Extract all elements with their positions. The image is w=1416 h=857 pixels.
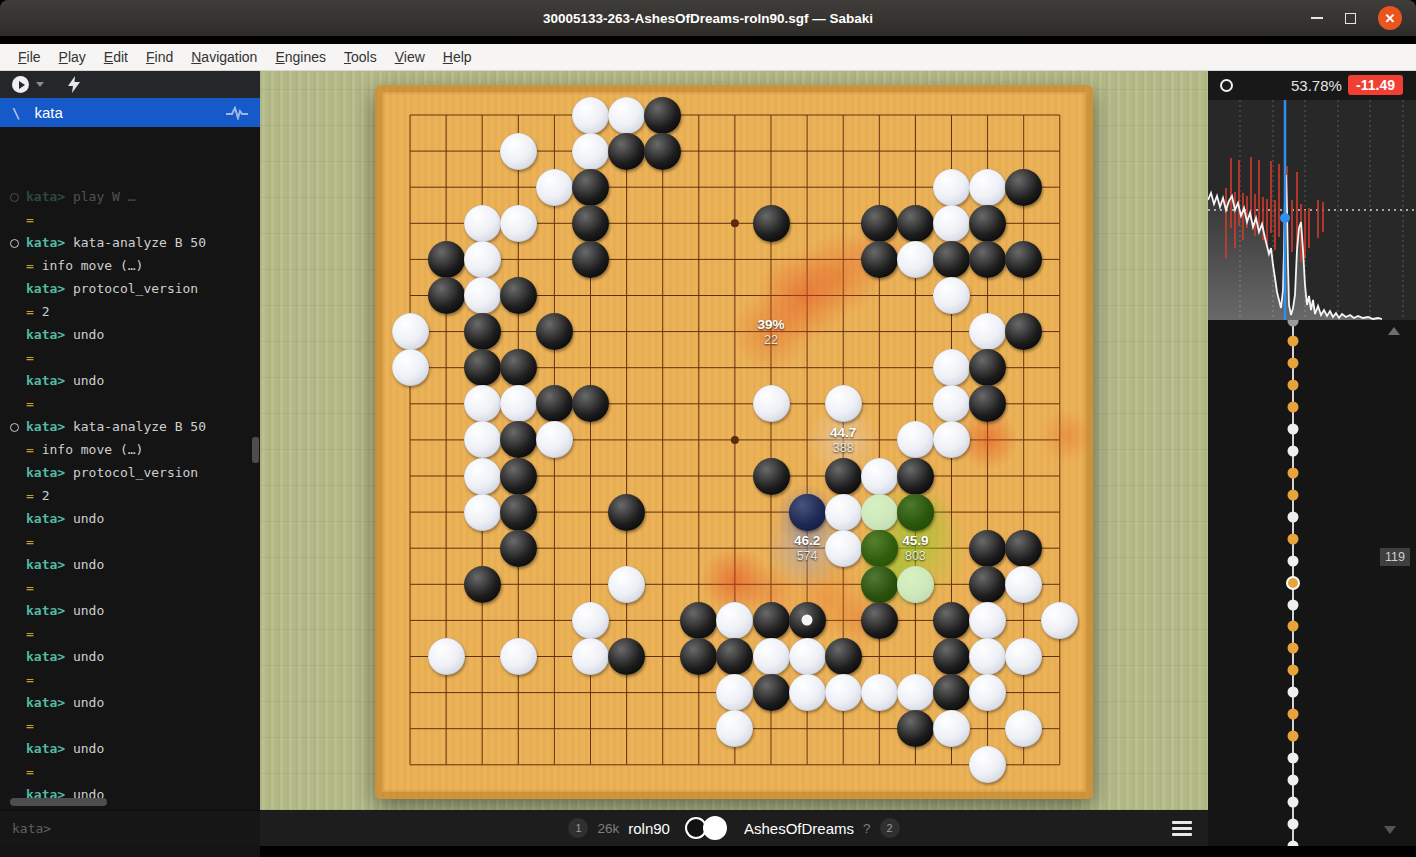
tree-node[interactable] [1287,336,1298,347]
black-player-rank: 26k [597,821,619,836]
tree-node[interactable] [1287,621,1298,632]
black-stone[interactable] [825,458,862,495]
black-stone[interactable] [933,638,970,675]
black-stone[interactable] [644,97,681,134]
white-stone[interactable] [753,385,790,422]
white-stone[interactable] [536,421,573,458]
white-stone[interactable] [969,313,1006,350]
analysis-tint [897,494,934,531]
menu-item-view[interactable]: View [387,46,433,68]
white-stone[interactable] [500,385,537,422]
black-stone[interactable] [464,313,501,350]
titlebar[interactable]: 30005133-263-AshesOfDreams-roln90.sgf — … [0,0,1416,36]
white-stone[interactable] [825,385,862,422]
console-toolbar [0,71,260,98]
white-stone[interactable] [825,494,862,531]
black-stone[interactable] [861,566,898,603]
white-stone[interactable] [716,602,753,639]
tree-node[interactable] [1287,357,1298,368]
white-stone[interactable] [464,241,501,278]
analysis-tint [861,494,898,531]
white-player-rank: ? [863,821,871,836]
engine-play-icon[interactable] [12,76,29,93]
white-stone[interactable] [392,349,429,386]
white-stone[interactable] [969,169,1006,206]
winrate-graph-svg [1208,100,1416,320]
console-command-line: kata> undo [10,737,260,760]
black-stone[interactable] [428,241,465,278]
tree-node[interactable] [1287,643,1298,654]
tree-node[interactable] [1287,797,1298,808]
tree-node[interactable] [1287,379,1298,390]
console-response-line: = [10,760,260,783]
winrate-value: 53.78% [1291,77,1342,94]
black-stone[interactable] [608,494,645,531]
winrate-graph[interactable] [1208,100,1416,320]
black-stone[interactable] [933,674,970,711]
white-stone[interactable] [572,133,609,170]
analysis-tint [897,566,934,603]
console-response-line: = [10,346,260,369]
black-stone[interactable] [1005,530,1042,567]
tree-node[interactable] [1287,533,1298,544]
console-response-line: = [10,668,260,691]
tree-node[interactable] [1287,445,1298,456]
black-stone[interactable] [969,241,1006,278]
console-command-line: kata> undo [10,553,260,576]
console-command-line: kata> kata-analyze B 50 [10,231,260,254]
black-stone[interactable] [825,638,862,675]
black-stone[interactable] [536,385,573,422]
black-stone[interactable] [464,566,501,603]
menu-item-engines[interactable]: Engines [267,46,334,68]
analysis-panel: 53.78% -11.49 119 [1208,71,1416,846]
white-stone[interactable] [464,458,501,495]
hoshi-point [731,219,739,227]
console-command-line: kata> undo [10,691,260,714]
tree-node[interactable] [1287,753,1298,764]
tree-node[interactable] [1287,423,1298,434]
scroll-up-icon[interactable] [1388,327,1400,335]
lightning-icon[interactable] [66,76,82,93]
white-stone[interactable] [861,494,898,531]
black-stone[interactable] [897,205,934,242]
dropdown-caret-icon[interactable] [36,82,44,87]
white-stone[interactable] [789,638,826,675]
white-player-name: AshesOfDreams [744,820,854,837]
white-stone[interactable] [861,674,898,711]
engine-name: kata [34,104,62,121]
white-stone[interactable] [897,674,934,711]
white-stone[interactable] [464,421,501,458]
console-response-line: = info move (…) [10,254,260,277]
last-move-marker [802,615,813,626]
white-stone[interactable] [608,566,645,603]
white-stone[interactable] [572,97,609,134]
engine-row-kata[interactable]: \ kata [0,98,260,127]
black-stone[interactable] [861,530,898,567]
black-stone[interactable] [500,458,537,495]
cursor-dot [1280,213,1290,223]
tree-node-current[interactable] [1286,576,1300,590]
engine-busy-icon [10,193,19,202]
black-stone[interactable] [1005,169,1042,206]
white-stone[interactable] [897,566,934,603]
white-stone[interactable] [789,674,826,711]
black-stone[interactable] [969,349,1006,386]
black-stone[interactable] [933,241,970,278]
move-number-badge: 119 [1380,548,1410,566]
black-stone[interactable] [464,349,501,386]
console-command-line: kata> protocol_version [10,461,260,484]
menu-item-tools[interactable]: Tools [336,46,385,68]
window-title: 30005133-263-AshesOfDreams-roln90.sgf — … [543,11,873,26]
tree-node[interactable] [1287,775,1298,786]
console-command-line: kata> kata-analyze B 50 [10,415,260,438]
black-stone[interactable] [572,241,609,278]
black-stone[interactable] [536,313,573,350]
menu-item-edit[interactable]: Edit [96,46,136,68]
winrate-header: 53.78% -11.49 [1208,71,1416,100]
black-stone[interactable] [500,494,537,531]
white-stone[interactable] [753,638,790,675]
console-command-line: kata> protocol_version [10,277,260,300]
white-stone[interactable] [897,241,934,278]
console-command-line: kata> undo [10,599,260,622]
white-stone[interactable] [933,169,970,206]
prompt-slash-icon: \ [12,105,20,121]
console-command-line: kata> undo [10,369,260,392]
white-stone[interactable] [464,385,501,422]
black-stone[interactable] [753,458,790,495]
console-command-line: kata> undo [10,645,260,668]
gtp-console-panel: \ kata kata> play W …= kata> kata-analyz… [0,71,260,857]
white-stone[interactable] [825,530,862,567]
black-stone[interactable] [428,277,465,314]
maximize-icon[interactable] [1345,13,1356,24]
white-stone-icon [703,816,727,840]
white-stone[interactable] [500,638,537,675]
white-stone[interactable] [572,638,609,675]
black-stone[interactable] [789,494,826,531]
scroll-down-icon[interactable] [1384,826,1396,834]
tree-node[interactable] [1287,511,1298,522]
console-response-line: = [10,530,260,553]
white-stone[interactable] [969,602,1006,639]
tree-node[interactable] [1287,401,1298,412]
white-to-play-icon [1220,79,1233,92]
console-response-line: = 2 [10,484,260,507]
black-player-name: roln90 [628,820,670,837]
tree-node[interactable] [1287,841,1298,846]
black-stone[interactable] [500,421,537,458]
tree-node[interactable] [1287,489,1298,500]
black-stone[interactable] [861,602,898,639]
tree-node[interactable] [1287,467,1298,478]
black-stone[interactable] [1005,241,1042,278]
black-stone[interactable] [500,349,537,386]
console-response-line: = 2 [10,300,260,323]
console-input-prompt: kata> [12,821,51,836]
game-tree-slider[interactable]: 119 [1208,320,1416,846]
minimize-icon[interactable] [1311,17,1323,19]
white-stone[interactable] [392,313,429,350]
analysis-tint [861,566,898,603]
white-stone[interactable] [428,638,465,675]
black-stone[interactable] [572,169,609,206]
white-stone[interactable] [1005,566,1042,603]
white-stone[interactable] [969,638,1006,675]
tree-handle-node[interactable] [1287,320,1298,327]
white-stone[interactable] [897,421,934,458]
white-stone[interactable] [933,205,970,242]
console-response-line: = info move (…) [10,438,260,461]
white-stone[interactable] [825,674,862,711]
menu-hamburger-icon[interactable] [1172,821,1192,839]
black-stone[interactable] [969,530,1006,567]
console-response-line: = [10,622,260,645]
black-stone[interactable] [789,602,826,639]
black-stone[interactable] [897,710,934,747]
black-player-badge: 1 [568,818,588,838]
black-stone[interactable] [969,566,1006,603]
console-response-line: = [10,392,260,415]
black-stone[interactable] [897,458,934,495]
white-stone[interactable] [1005,638,1042,675]
menu-item-play[interactable]: Play [51,46,94,68]
console-input[interactable]: kata> [0,810,260,846]
black-stone[interactable] [572,205,609,242]
black-stone[interactable] [753,674,790,711]
tree-node[interactable] [1287,819,1298,830]
analysis-tint [789,494,826,531]
current-player-toggle[interactable] [685,815,729,841]
black-stone[interactable] [861,205,898,242]
console-response-line: = [10,714,260,737]
black-stone[interactable] [608,638,645,675]
black-stone[interactable] [608,133,645,170]
menu-item-navigation[interactable]: Navigation [183,46,265,68]
menubar: FilePlayEditFindNavigationEnginesToolsVi… [0,44,1416,71]
black-stone[interactable] [753,602,790,639]
score-lead-badge: -11.49 [1348,75,1403,95]
console-log[interactable]: kata> play W …= kata> kata-analyze B 50=… [0,127,260,810]
console-response-line: = [10,208,260,231]
white-stone[interactable] [464,205,501,242]
white-stone[interactable] [464,277,501,314]
black-stone[interactable] [680,602,717,639]
black-stone[interactable] [1005,313,1042,350]
go-board[interactable]: 39%2244.738846.257445.9803 [375,85,1093,799]
vertical-scrollbar[interactable] [252,437,259,463]
pulse-waveform-icon[interactable] [226,106,248,120]
white-stone[interactable] [608,97,645,134]
black-stone[interactable] [861,241,898,278]
black-stone[interactable] [644,133,681,170]
menu-item-help[interactable]: Help [435,46,480,68]
tree-node[interactable] [1287,599,1298,610]
engine-busy-icon [10,239,19,248]
white-stone[interactable] [933,349,970,386]
menu-item-find[interactable]: Find [138,46,181,68]
console-command-line: kata> undo [10,507,260,530]
close-icon[interactable]: ✕ [1378,6,1402,30]
white-stone[interactable] [1041,602,1078,639]
tree-node[interactable] [1287,555,1298,566]
horizontal-scrollbar[interactable] [10,798,107,806]
white-stone[interactable] [536,169,573,206]
black-stone[interactable] [969,205,1006,242]
white-stone[interactable] [861,458,898,495]
black-stone[interactable] [500,277,537,314]
white-stone[interactable] [464,494,501,531]
white-stone[interactable] [500,205,537,242]
black-stone[interactable] [753,205,790,242]
analysis-tint [861,530,898,567]
black-stone[interactable] [897,494,934,531]
white-stone[interactable] [500,133,537,170]
console-response-line: = [10,576,260,599]
tree-node[interactable] [1287,687,1298,698]
tree-node[interactable] [1287,731,1298,742]
board-background: 39%2244.738846.257445.9803 [260,71,1208,810]
console-command-line: kata> undo [10,323,260,346]
white-stone[interactable] [969,674,1006,711]
black-stone[interactable] [933,602,970,639]
tree-node[interactable] [1287,709,1298,720]
status-bar: 1 26k roln90 AshesOfDreams ? 2 [260,810,1208,846]
tree-node[interactable] [1287,665,1298,676]
menu-item-file[interactable]: File [10,46,49,68]
white-stone[interactable] [572,602,609,639]
console-command-line: kata> play W … [10,185,260,208]
white-stone[interactable] [933,710,970,747]
white-stone[interactable] [933,277,970,314]
black-stone[interactable] [500,530,537,567]
hoshi-point [731,436,739,444]
white-player-badge: 2 [880,818,900,838]
engine-busy-icon [10,423,19,432]
